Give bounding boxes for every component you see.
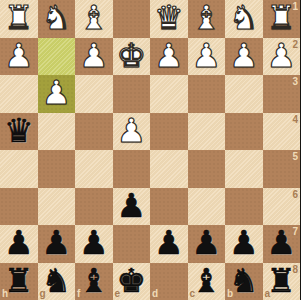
piece-black-bishop[interactable]: ♝ (191, 264, 221, 297)
square-d2[interactable]: ♟ (150, 38, 188, 76)
piece-black-pawn[interactable]: ♟ (191, 226, 221, 259)
square-f4[interactable] (75, 113, 113, 151)
square-h2[interactable]: ♟ (0, 38, 38, 76)
piece-white-rook[interactable]: ♜ (4, 1, 34, 34)
square-d5[interactable] (150, 150, 188, 188)
piece-white-rook[interactable]: ♜ (266, 1, 296, 34)
piece-black-bishop[interactable]: ♝ (79, 264, 109, 297)
square-g7[interactable]: ♟ (38, 225, 76, 263)
square-d3[interactable] (150, 75, 188, 113)
square-e5[interactable] (113, 150, 151, 188)
piece-black-king[interactable]: ♚ (116, 264, 146, 297)
square-b1[interactable]: ♞ (225, 0, 263, 38)
piece-black-pawn[interactable]: ♟ (116, 189, 146, 222)
piece-black-rook[interactable]: ♜ (4, 264, 34, 297)
rank-label-6: 6 (292, 190, 298, 200)
piece-black-pawn[interactable]: ♟ (4, 226, 34, 259)
square-e7[interactable] (113, 225, 151, 263)
square-a2[interactable]: ♟2 (263, 38, 301, 76)
square-h5[interactable] (0, 150, 38, 188)
piece-white-pawn[interactable]: ♟ (266, 39, 296, 72)
piece-white-pawn[interactable]: ♟ (79, 39, 109, 72)
square-e8[interactable]: ♚e (113, 263, 151, 300)
piece-white-pawn[interactable]: ♟ (4, 39, 34, 72)
piece-white-pawn[interactable]: ♟ (154, 39, 184, 72)
square-b4[interactable] (225, 113, 263, 151)
square-b5[interactable] (225, 150, 263, 188)
square-e6[interactable]: ♟ (113, 188, 151, 226)
square-f6[interactable] (75, 188, 113, 226)
square-b3[interactable] (225, 75, 263, 113)
piece-white-bishop[interactable]: ♝ (79, 1, 109, 34)
square-e3[interactable] (113, 75, 151, 113)
piece-black-queen[interactable]: ♛ (4, 114, 34, 147)
square-f2[interactable]: ♟ (75, 38, 113, 76)
square-h3[interactable] (0, 75, 38, 113)
rank-label-3: 3 (292, 77, 298, 87)
square-a3[interactable]: 3 (263, 75, 301, 113)
piece-white-king[interactable]: ♚ (116, 39, 146, 72)
square-c6[interactable] (188, 188, 226, 226)
piece-white-pawn[interactable]: ♟ (116, 114, 146, 147)
square-g8[interactable]: ♞g (38, 263, 76, 300)
square-a6[interactable]: 6 (263, 188, 301, 226)
square-g6[interactable] (38, 188, 76, 226)
square-d7[interactable]: ♟ (150, 225, 188, 263)
square-d6[interactable] (150, 188, 188, 226)
square-e1[interactable] (113, 0, 151, 38)
square-b8[interactable]: ♞b (225, 263, 263, 300)
square-b7[interactable]: ♟ (225, 225, 263, 263)
piece-black-rook[interactable]: ♜ (266, 264, 296, 297)
square-h7[interactable]: ♟ (0, 225, 38, 263)
square-b6[interactable] (225, 188, 263, 226)
rank-label-4: 4 (292, 115, 298, 125)
piece-black-knight[interactable]: ♞ (229, 264, 259, 297)
square-c8[interactable]: ♝c (188, 263, 226, 300)
piece-black-pawn[interactable]: ♟ (41, 226, 71, 259)
square-f8[interactable]: ♝f (75, 263, 113, 300)
piece-black-pawn[interactable]: ♟ (266, 226, 296, 259)
square-g5[interactable] (38, 150, 76, 188)
piece-white-bishop[interactable]: ♝ (191, 1, 221, 34)
square-c4[interactable] (188, 113, 226, 151)
piece-black-pawn[interactable]: ♟ (229, 226, 259, 259)
rank-label-5: 5 (292, 152, 298, 162)
piece-white-pawn[interactable]: ♟ (229, 39, 259, 72)
piece-black-pawn[interactable]: ♟ (154, 226, 184, 259)
square-f1[interactable]: ♝ (75, 0, 113, 38)
square-h1[interactable]: ♜ (0, 0, 38, 38)
square-a1[interactable]: ♜1 (263, 0, 301, 38)
square-a5[interactable]: 5 (263, 150, 301, 188)
square-d8[interactable]: d (150, 263, 188, 300)
square-a7[interactable]: ♟7 (263, 225, 301, 263)
piece-white-pawn[interactable]: ♟ (41, 76, 71, 109)
square-c1[interactable]: ♝ (188, 0, 226, 38)
square-f5[interactable] (75, 150, 113, 188)
square-d1[interactable]: ♛ (150, 0, 188, 38)
square-h6[interactable] (0, 188, 38, 226)
piece-white-queen[interactable]: ♛ (154, 1, 184, 34)
square-a4[interactable]: 4 (263, 113, 301, 151)
square-a8[interactable]: ♜8a (263, 263, 301, 300)
square-h4[interactable]: ♛ (0, 113, 38, 151)
square-g2[interactable] (38, 38, 76, 76)
square-c2[interactable]: ♟ (188, 38, 226, 76)
piece-white-knight[interactable]: ♞ (41, 1, 71, 34)
piece-black-pawn[interactable]: ♟ (79, 226, 109, 259)
square-e2[interactable]: ♚ (113, 38, 151, 76)
square-f7[interactable]: ♟ (75, 225, 113, 263)
piece-black-knight[interactable]: ♞ (41, 264, 71, 297)
file-label-d: d (152, 289, 158, 299)
square-g3[interactable]: ♟ (38, 75, 76, 113)
square-e4[interactable]: ♟ (113, 113, 151, 151)
square-c3[interactable] (188, 75, 226, 113)
square-c5[interactable] (188, 150, 226, 188)
square-g1[interactable]: ♞ (38, 0, 76, 38)
square-h8[interactable]: ♜h (0, 263, 38, 300)
square-c7[interactable]: ♟ (188, 225, 226, 263)
chess-board: ♜♞♝♛♝♞♜1♟♟♚♟♟♟♟2♟3♛♟45♟6♟♟♟♟♟♟♟7♜h♞g♝f♚e… (0, 0, 300, 300)
piece-white-knight[interactable]: ♞ (229, 1, 259, 34)
square-d4[interactable] (150, 113, 188, 151)
square-g4[interactable] (38, 113, 76, 151)
square-f3[interactable] (75, 75, 113, 113)
piece-white-pawn[interactable]: ♟ (191, 39, 221, 72)
square-b2[interactable]: ♟ (225, 38, 263, 76)
